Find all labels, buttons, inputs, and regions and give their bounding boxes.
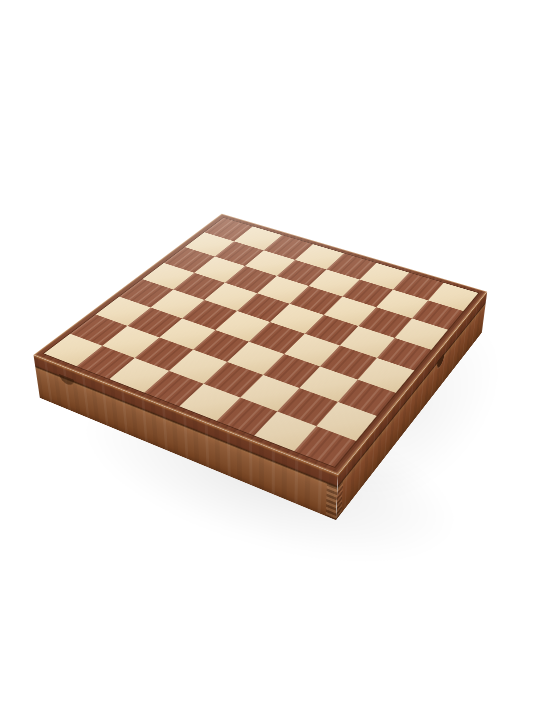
product-photo bbox=[0, 0, 540, 720]
lid-notch-left bbox=[59, 374, 75, 387]
lid-lift-notch bbox=[436, 353, 444, 371]
